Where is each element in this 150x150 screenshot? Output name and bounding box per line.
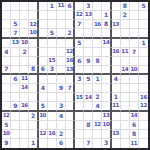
cell-r15c15[interactable]: 8: [130, 130, 139, 139]
cell-r3c7[interactable]: [57, 20, 66, 29]
cell-r13c6[interactable]: [48, 112, 57, 121]
cell-r9c11[interactable]: 1: [93, 75, 102, 84]
cell-r14c15[interactable]: 6: [130, 121, 139, 130]
cell-r1c8[interactable]: 6: [66, 2, 75, 11]
cell-r9c14[interactable]: [121, 75, 130, 84]
cell-r3c4[interactable]: 12: [29, 20, 38, 29]
cell-r13c12[interactable]: 13: [102, 112, 111, 121]
cell-r8c16[interactable]: [139, 66, 148, 75]
cell-r3c8[interactable]: [66, 20, 75, 29]
cell-r14c12[interactable]: 10: [102, 121, 111, 130]
cell-r4c1[interactable]: [2, 29, 11, 38]
cell-r5c3[interactable]: 10: [20, 39, 29, 48]
cell-r4c10[interactable]: [84, 29, 93, 38]
cell-r12c5[interactable]: 5: [39, 102, 48, 111]
cell-r1c14[interactable]: 8: [121, 2, 130, 11]
cell-r2c11[interactable]: [93, 11, 102, 20]
cell-r9c15[interactable]: [130, 75, 139, 84]
cell-r9c12[interactable]: [102, 75, 111, 84]
cell-r10c15[interactable]: [130, 84, 139, 93]
cell-r6c11[interactable]: [93, 48, 102, 57]
cell-r12c1[interactable]: [2, 102, 11, 111]
cell-r15c13[interactable]: 13: [112, 130, 121, 139]
cell-r7c10[interactable]: 9: [84, 57, 93, 66]
cell-r15c16[interactable]: [139, 130, 148, 139]
cell-r15c2[interactable]: [11, 130, 20, 139]
cell-r12c6[interactable]: [48, 102, 57, 111]
cell-r7c9[interactable]: 6: [75, 57, 84, 66]
cell-r2c3[interactable]: [20, 11, 29, 20]
cell-r16c4[interactable]: 1: [29, 139, 38, 148]
cell-r3c10[interactable]: [84, 20, 93, 29]
cell-r13c16[interactable]: [139, 112, 148, 121]
cell-r16c14[interactable]: [121, 139, 130, 148]
cell-r12c4[interactable]: [29, 102, 38, 111]
cell-r11c5[interactable]: [39, 93, 48, 102]
cell-r6c4[interactable]: [29, 48, 38, 57]
cell-r11c6[interactable]: [48, 93, 57, 102]
cell-r2c10[interactable]: 13: [84, 11, 93, 20]
cell-r10c1[interactable]: [2, 84, 11, 93]
cell-r7c4[interactable]: [29, 57, 38, 66]
cell-r6c16[interactable]: [139, 48, 148, 57]
cell-r13c14[interactable]: [121, 112, 130, 121]
cell-r12c3[interactable]: 16: [20, 102, 29, 111]
cell-r16c15[interactable]: 11: [130, 139, 139, 148]
cell-r16c3[interactable]: [20, 139, 29, 148]
cell-r1c15[interactable]: [130, 2, 139, 11]
cell-r15c3[interactable]: [20, 130, 29, 139]
cell-r13c11[interactable]: [93, 112, 102, 121]
cell-r9c6[interactable]: [48, 75, 57, 84]
cell-r12c9[interactable]: [75, 102, 84, 111]
cell-r15c12[interactable]: [102, 130, 111, 139]
cell-r3c13[interactable]: 13: [112, 20, 121, 29]
cell-r14c14[interactable]: [121, 121, 130, 130]
cell-r4c13[interactable]: [112, 29, 121, 38]
cell-r3c2[interactable]: 5: [11, 20, 20, 29]
cell-r4c5[interactable]: [39, 29, 48, 38]
cell-r8c8[interactable]: 13: [66, 66, 75, 75]
cell-r6c5[interactable]: [39, 48, 48, 57]
cell-r9c10[interactable]: 5: [84, 75, 93, 84]
cell-r7c6[interactable]: 15: [48, 57, 57, 66]
cell-r4c7[interactable]: [57, 29, 66, 38]
cell-r16c8[interactable]: [66, 139, 75, 148]
cell-r13c5[interactable]: 10: [39, 112, 48, 121]
cell-r5c8[interactable]: [66, 39, 75, 48]
cell-r9c16[interactable]: [139, 75, 148, 84]
cell-r5c12[interactable]: 14: [102, 39, 111, 48]
cell-r6c13[interactable]: 16: [112, 48, 121, 57]
cell-r12c15[interactable]: [130, 102, 139, 111]
cell-r5c16[interactable]: 1: [139, 39, 148, 48]
cell-r6c12[interactable]: [102, 48, 111, 57]
cell-r7c13[interactable]: [112, 57, 121, 66]
cell-r13c2[interactable]: [11, 112, 20, 121]
cell-r13c15[interactable]: 14: [130, 112, 139, 121]
cell-r10c5[interactable]: 4: [39, 84, 48, 93]
cell-r7c1[interactable]: [2, 57, 11, 66]
cell-r16c6[interactable]: [48, 139, 57, 148]
cell-r10c2[interactable]: [11, 84, 20, 93]
cell-r4c11[interactable]: [93, 29, 102, 38]
cell-r11c13[interactable]: 1: [112, 93, 121, 102]
cell-r14c8[interactable]: [66, 121, 75, 130]
cell-r8c15[interactable]: 10: [130, 66, 139, 75]
cell-r10c14[interactable]: [121, 84, 130, 93]
cell-r5c4[interactable]: [29, 39, 38, 48]
cell-r8c13[interactable]: [112, 66, 121, 75]
cell-r9c4[interactable]: [29, 75, 38, 84]
cell-r1c13[interactable]: [112, 2, 121, 11]
cell-r14c3[interactable]: [20, 121, 29, 130]
cell-r8c12[interactable]: [102, 66, 111, 75]
cell-r3c9[interactable]: 7: [75, 20, 84, 29]
cell-r5c6[interactable]: [48, 39, 57, 48]
cell-r16c2[interactable]: [11, 139, 20, 148]
cell-r4c16[interactable]: [139, 29, 148, 38]
cell-r1c5[interactable]: [39, 2, 48, 11]
cell-r7c8[interactable]: 16: [66, 57, 75, 66]
cell-r1c12[interactable]: [102, 2, 111, 11]
cell-r3c5[interactable]: [39, 20, 48, 29]
cell-r3c16[interactable]: [139, 20, 148, 29]
cell-r11c15[interactable]: [130, 93, 139, 102]
cell-r12c7[interactable]: 3: [57, 102, 66, 111]
sudoku-board: 1116385121312512716813710521310514142121…: [0, 0, 150, 150]
cell-r1c2[interactable]: [11, 2, 20, 11]
cell-r11c12[interactable]: [102, 93, 111, 102]
cell-r5c15[interactable]: [130, 39, 139, 48]
cell-r4c3[interactable]: [20, 29, 29, 38]
cell-r11c9[interactable]: 15: [75, 93, 84, 102]
cell-r8c2[interactable]: [11, 66, 20, 75]
cell-r11c7[interactable]: [57, 93, 66, 102]
cell-r7c5[interactable]: [39, 57, 48, 66]
cell-r14c5[interactable]: [39, 121, 48, 130]
cell-r5c13[interactable]: [112, 39, 121, 48]
cell-r5c10[interactable]: [84, 39, 93, 48]
cell-r9c5[interactable]: [39, 75, 48, 84]
cell-r15c6[interactable]: 16: [48, 130, 57, 139]
cell-r9c1[interactable]: [2, 75, 11, 84]
sudoku-16x16-screenshot: 1116385121312512716813710521310514142121…: [0, 0, 150, 150]
cell-r2c14[interactable]: 2: [121, 11, 130, 20]
cell-r13c13[interactable]: [112, 112, 121, 121]
cell-r7c12[interactable]: [102, 57, 111, 66]
cell-r3c12[interactable]: 8: [102, 20, 111, 29]
cell-r16c11[interactable]: [93, 139, 102, 148]
cell-r4c6[interactable]: 5: [48, 29, 57, 38]
cell-r8c3[interactable]: [20, 66, 29, 75]
cell-r14c1[interactable]: 5: [2, 121, 11, 130]
cell-r11c11[interactable]: 2: [93, 93, 102, 102]
cell-r16c10[interactable]: 7: [84, 139, 93, 148]
cell-r14c16[interactable]: [139, 121, 148, 130]
cell-r8c11[interactable]: [93, 66, 102, 75]
cell-r7c14[interactable]: [121, 57, 130, 66]
cell-r12c12[interactable]: [102, 102, 111, 111]
cell-r10c7[interactable]: 9: [57, 84, 66, 93]
cell-r8c10[interactable]: [84, 66, 93, 75]
cell-r9c13[interactable]: 4: [112, 75, 121, 84]
cell-r16c13[interactable]: [112, 139, 121, 148]
cell-r11c16[interactable]: 16: [139, 93, 148, 102]
cell-r11c3[interactable]: [20, 93, 29, 102]
cell-r1c16[interactable]: 5: [139, 2, 148, 11]
cell-r4c15[interactable]: [130, 29, 139, 38]
cell-r2c5[interactable]: [39, 11, 48, 20]
cell-r1c3[interactable]: [20, 2, 29, 11]
cell-r5c1[interactable]: [2, 39, 11, 48]
cell-r3c6[interactable]: [48, 20, 57, 29]
cell-r15c14[interactable]: [121, 130, 130, 139]
cell-r2c7[interactable]: [57, 11, 66, 20]
cell-r11c1[interactable]: [2, 93, 11, 102]
cell-r14c13[interactable]: [112, 121, 121, 130]
cell-r8c14[interactable]: 14: [121, 66, 130, 75]
cell-r15c9[interactable]: [75, 130, 84, 139]
cell-r12c16[interactable]: 12: [139, 102, 148, 111]
cell-r15c10[interactable]: [84, 130, 93, 139]
cell-r7c15[interactable]: [130, 57, 139, 66]
cell-r7c7[interactable]: [57, 57, 66, 66]
cell-r15c8[interactable]: [66, 130, 75, 139]
cell-r11c2[interactable]: [11, 93, 20, 102]
cell-r16c12[interactable]: 3: [102, 139, 111, 148]
cell-r1c9[interactable]: [75, 2, 84, 11]
cell-r9c8[interactable]: [66, 75, 75, 84]
cell-r14c6[interactable]: [48, 121, 57, 130]
cell-r10c13[interactable]: [112, 84, 121, 93]
cell-r2c6[interactable]: [48, 11, 57, 20]
cell-r14c2[interactable]: [11, 121, 20, 130]
cell-r2c2[interactable]: [11, 11, 20, 20]
cell-r3c14[interactable]: [121, 20, 130, 29]
cell-r15c11[interactable]: [93, 130, 102, 139]
cell-r12c11[interactable]: 4: [93, 102, 102, 111]
cell-r4c14[interactable]: [121, 29, 130, 38]
cell-r1c4[interactable]: [29, 2, 38, 11]
cell-r6c8[interactable]: 12: [66, 48, 75, 57]
cell-r6c6[interactable]: [48, 48, 57, 57]
cell-r5c2[interactable]: 13: [11, 39, 20, 48]
cell-r6c3[interactable]: 2: [20, 48, 29, 57]
cell-r8c1[interactable]: 7: [2, 66, 11, 75]
cell-r4c12[interactable]: [102, 29, 111, 38]
cell-r2c4[interactable]: [29, 11, 38, 20]
cell-r3c3[interactable]: [20, 20, 29, 29]
cell-r10c6[interactable]: [48, 84, 57, 93]
cell-r5c9[interactable]: 5: [75, 39, 84, 48]
cell-r10c10[interactable]: [84, 84, 93, 93]
cell-r10c8[interactable]: 7: [66, 84, 75, 93]
cell-r2c12[interactable]: 1: [102, 11, 111, 20]
cell-r12c8[interactable]: [66, 102, 75, 111]
cell-r14c9[interactable]: [75, 121, 84, 130]
cell-r6c15[interactable]: 7: [130, 48, 139, 57]
cell-r13c7[interactable]: 4: [57, 112, 66, 121]
cell-r9c7[interactable]: [57, 75, 66, 84]
cell-r8c7[interactable]: [57, 66, 66, 75]
cell-r11c4[interactable]: [29, 93, 38, 102]
cell-r1c7[interactable]: 11: [57, 2, 66, 11]
cell-r4c2[interactable]: 7: [11, 29, 20, 38]
cell-r1c11[interactable]: [93, 2, 102, 11]
cell-r15c1[interactable]: 10: [2, 130, 11, 139]
cell-r5c11[interactable]: [93, 39, 102, 48]
cell-r1c1[interactable]: [2, 2, 11, 11]
cell-r8c4[interactable]: 8: [29, 66, 38, 75]
cell-r1c6[interactable]: 1: [48, 2, 57, 11]
cell-r11c14[interactable]: [121, 93, 130, 102]
cell-r3c15[interactable]: [130, 20, 139, 29]
cell-r2c15[interactable]: [130, 11, 139, 20]
cell-r10c3[interactable]: 14: [20, 84, 29, 93]
cell-r6c7[interactable]: [57, 48, 66, 57]
cell-r10c16[interactable]: [139, 84, 148, 93]
cell-r15c7[interactable]: 2: [57, 130, 66, 139]
cell-r9c9[interactable]: 3: [75, 75, 84, 84]
cell-r6c1[interactable]: 4: [2, 48, 11, 57]
cell-r3c11[interactable]: 16: [93, 20, 102, 29]
cell-r7c11[interactable]: 8: [93, 57, 102, 66]
cell-r4c9[interactable]: [75, 29, 84, 38]
cell-r4c8[interactable]: 2: [66, 29, 75, 38]
cell-r9c2[interactable]: 6: [11, 75, 20, 84]
cell-r11c8[interactable]: [66, 93, 75, 102]
cell-r1c10[interactable]: 3: [84, 2, 93, 11]
cell-r12c10[interactable]: [84, 102, 93, 111]
cell-r10c12[interactable]: [102, 84, 111, 93]
cell-r2c16[interactable]: [139, 11, 148, 20]
cell-r13c8[interactable]: [66, 112, 75, 121]
cell-r13c1[interactable]: 12: [2, 112, 11, 121]
cell-r14c7[interactable]: [57, 121, 66, 130]
cell-r16c5[interactable]: [39, 139, 48, 148]
cell-r12c13[interactable]: 11: [112, 102, 121, 111]
cell-r11c10[interactable]: 14: [84, 93, 93, 102]
cell-r10c4[interactable]: [29, 84, 38, 93]
cell-r9c3[interactable]: 11: [20, 75, 29, 84]
cell-r6c2[interactable]: [11, 48, 20, 57]
cell-r10c11[interactable]: [93, 84, 102, 93]
cell-r12c2[interactable]: 9: [11, 102, 20, 111]
cell-r2c1[interactable]: [2, 11, 11, 20]
cell-r6c9[interactable]: [75, 48, 84, 57]
cell-r2c13[interactable]: [112, 11, 121, 20]
cell-r4c4[interactable]: 10: [29, 29, 38, 38]
cell-r7c2[interactable]: [11, 57, 20, 66]
cell-r13c10[interactable]: [84, 112, 93, 121]
cell-r13c3[interactable]: [20, 112, 29, 121]
cell-r16c16[interactable]: [139, 139, 148, 148]
cell-r12c14[interactable]: [121, 102, 130, 111]
cell-r13c9[interactable]: [75, 112, 84, 121]
cell-r8c5[interactable]: 6: [39, 66, 48, 75]
cell-r15c5[interactable]: 12: [39, 130, 48, 139]
cell-r8c9[interactable]: [75, 66, 84, 75]
cell-r16c9[interactable]: [75, 139, 84, 148]
cell-r5c7[interactable]: [57, 39, 66, 48]
cell-r2c8[interactable]: [66, 11, 75, 20]
cell-r5c14[interactable]: [121, 39, 130, 48]
cell-r13c4[interactable]: 2: [29, 112, 38, 121]
cell-r7c3[interactable]: [20, 57, 29, 66]
cell-r16c1[interactable]: 9: [2, 139, 11, 148]
cell-r6c10[interactable]: [84, 48, 93, 57]
cell-r8c6[interactable]: 3: [48, 66, 57, 75]
cell-r2c9[interactable]: 12: [75, 11, 84, 20]
cell-r14c10[interactable]: 8: [84, 121, 93, 130]
cell-r10c9[interactable]: [75, 84, 84, 93]
cell-r14c11[interactable]: 12: [93, 121, 102, 130]
cell-r7c16[interactable]: [139, 57, 148, 66]
cell-r15c4[interactable]: [29, 130, 38, 139]
cell-r14c4[interactable]: [29, 121, 38, 130]
cell-r5c5[interactable]: [39, 39, 48, 48]
cell-r6c14[interactable]: 11: [121, 48, 130, 57]
cell-r3c1[interactable]: [2, 20, 11, 29]
cell-r16c7[interactable]: 6: [57, 139, 66, 148]
